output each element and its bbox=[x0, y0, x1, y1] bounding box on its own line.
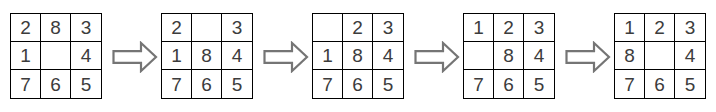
tile-r1c1: 1 bbox=[464, 14, 494, 42]
tile-r2c1: 1 bbox=[11, 42, 41, 70]
tile-r3c2: 6 bbox=[192, 70, 222, 98]
tile-r1c3: 3 bbox=[675, 14, 705, 42]
tile-r2c2: 8 bbox=[494, 42, 524, 70]
puzzle-board-state-1: 28314765 bbox=[10, 13, 102, 99]
tile-r3c2: 6 bbox=[494, 70, 524, 98]
tile-r2c1: 1 bbox=[162, 42, 192, 70]
tile-r3c1: 7 bbox=[464, 70, 494, 98]
tile-r1c2: 2 bbox=[343, 14, 373, 42]
tile-r2c1: 1 bbox=[313, 42, 343, 70]
puzzle-solution-sequence: 28314765 23184765 23184765 12384765 1238… bbox=[0, 0, 716, 112]
tile-r1c3: 3 bbox=[373, 14, 403, 42]
tile-r2c1: 8 bbox=[615, 42, 645, 70]
tile-r1c2: 2 bbox=[645, 14, 675, 42]
tile-r3c3: 5 bbox=[373, 70, 403, 98]
tile-r3c1: 7 bbox=[162, 70, 192, 98]
tile-r1c3: 3 bbox=[222, 14, 252, 42]
tile-r2c2: 8 bbox=[343, 42, 373, 70]
tile-r2c3: 4 bbox=[71, 42, 101, 70]
tile-r1c1 bbox=[313, 14, 343, 42]
tile-r2c3: 4 bbox=[222, 42, 252, 70]
puzzle-board-state-4: 12384765 bbox=[463, 13, 555, 99]
tile-r3c2: 6 bbox=[343, 70, 373, 98]
tile-r2c3: 4 bbox=[524, 42, 554, 70]
tile-r3c3: 5 bbox=[675, 70, 705, 98]
tile-r2c3: 4 bbox=[675, 42, 705, 70]
tile-r3c2: 6 bbox=[645, 70, 675, 98]
tile-r1c1: 1 bbox=[615, 14, 645, 42]
tile-r1c1: 2 bbox=[11, 14, 41, 42]
tile-r1c2 bbox=[192, 14, 222, 42]
right-arrow-icon bbox=[414, 41, 460, 73]
tile-r2c3: 4 bbox=[373, 42, 403, 70]
tile-r1c3: 3 bbox=[524, 14, 554, 42]
right-arrow-icon bbox=[263, 41, 309, 73]
tile-r3c3: 5 bbox=[524, 70, 554, 98]
right-arrow-icon bbox=[112, 41, 158, 73]
tile-r3c1: 7 bbox=[615, 70, 645, 98]
tile-r3c1: 7 bbox=[313, 70, 343, 98]
tile-r1c3: 3 bbox=[71, 14, 101, 42]
puzzle-board-state-3: 23184765 bbox=[312, 13, 404, 99]
tile-r3c3: 5 bbox=[222, 70, 252, 98]
tile-r2c1 bbox=[464, 42, 494, 70]
tile-r2c2 bbox=[41, 42, 71, 70]
tile-r1c2: 8 bbox=[41, 14, 71, 42]
tile-r2c2 bbox=[645, 42, 675, 70]
tile-r2c2: 8 bbox=[192, 42, 222, 70]
tile-r1c2: 2 bbox=[494, 14, 524, 42]
puzzle-board-state-2: 23184765 bbox=[161, 13, 253, 99]
right-arrow-icon bbox=[565, 41, 611, 73]
tile-r1c1: 2 bbox=[162, 14, 192, 42]
puzzle-board-state-5: 12384765 bbox=[614, 13, 706, 99]
tile-r3c1: 7 bbox=[11, 70, 41, 98]
tile-r3c2: 6 bbox=[41, 70, 71, 98]
tile-r3c3: 5 bbox=[71, 70, 101, 98]
